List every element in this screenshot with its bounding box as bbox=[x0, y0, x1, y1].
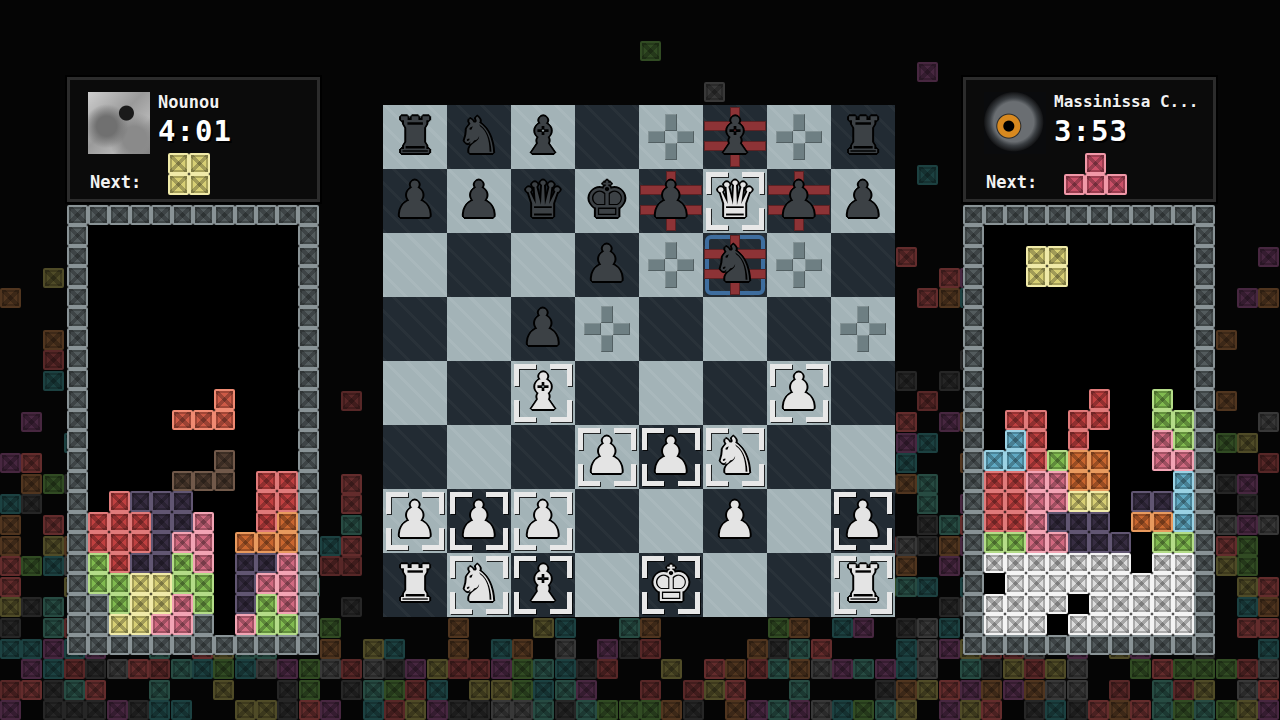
stack-block bbox=[1152, 389, 1173, 409]
background-block bbox=[1237, 597, 1258, 617]
stack-block bbox=[277, 491, 298, 511]
square-f1[interactable] bbox=[703, 553, 767, 617]
black-pawn[interactable]: ♟ bbox=[831, 169, 895, 233]
square-a4[interactable] bbox=[383, 361, 447, 425]
well-frame-block bbox=[1194, 573, 1215, 593]
stack-block bbox=[88, 532, 109, 552]
background-block bbox=[21, 680, 42, 700]
square-g5[interactable] bbox=[767, 297, 831, 361]
square-f4[interactable] bbox=[703, 361, 767, 425]
square-e5[interactable] bbox=[639, 297, 703, 361]
square-a3[interactable] bbox=[383, 425, 447, 489]
falling-piece-block[interactable] bbox=[1026, 266, 1047, 286]
square-a6[interactable] bbox=[383, 233, 447, 297]
stack-block bbox=[1173, 471, 1194, 491]
square-h2[interactable]: ♟ bbox=[831, 489, 895, 553]
well-frame-block bbox=[298, 614, 319, 634]
background-block bbox=[320, 618, 341, 638]
stack-block bbox=[88, 614, 109, 634]
well-frame-block bbox=[298, 594, 319, 614]
square-c1[interactable]: ♝ bbox=[511, 553, 575, 617]
stack-block bbox=[151, 553, 172, 573]
background-block bbox=[235, 659, 256, 679]
square-h1[interactable]: ♜ bbox=[831, 553, 895, 617]
background-block bbox=[149, 659, 170, 679]
background-block bbox=[640, 639, 661, 659]
square-a8[interactable]: ♜ bbox=[383, 105, 447, 169]
background-block bbox=[0, 577, 21, 597]
background-block bbox=[917, 659, 938, 679]
background-block bbox=[299, 659, 320, 679]
well-frame-block bbox=[1152, 205, 1173, 225]
stack-block bbox=[1068, 512, 1089, 532]
square-h4[interactable] bbox=[831, 361, 895, 425]
background-block bbox=[896, 680, 917, 700]
background-block bbox=[149, 680, 170, 700]
background-block bbox=[43, 597, 64, 617]
background-block bbox=[939, 556, 960, 576]
background-block bbox=[384, 639, 405, 659]
well-frame-block bbox=[963, 512, 984, 532]
square-h3[interactable] bbox=[831, 425, 895, 489]
background-block bbox=[1216, 330, 1237, 350]
background-block bbox=[533, 618, 554, 638]
next-piece-block bbox=[1064, 174, 1085, 195]
black-pawn[interactable]: ♟ bbox=[383, 169, 447, 233]
background-block bbox=[43, 680, 64, 700]
background-block bbox=[789, 680, 810, 700]
well-frame-block bbox=[214, 635, 235, 655]
background-block bbox=[43, 639, 64, 659]
falling-piece-block[interactable] bbox=[172, 410, 193, 430]
stack-block bbox=[1131, 491, 1152, 511]
white-rook[interactable]: ♜ bbox=[383, 553, 447, 617]
stack-block bbox=[256, 491, 277, 511]
background-block bbox=[917, 288, 938, 308]
well-frame-block bbox=[1047, 635, 1068, 655]
background-block bbox=[1216, 474, 1237, 494]
background-block bbox=[832, 659, 853, 679]
square-d5[interactable] bbox=[575, 297, 639, 361]
well-frame-block bbox=[172, 635, 193, 655]
stack-block bbox=[1152, 553, 1173, 573]
well-frame-block bbox=[109, 205, 130, 225]
stack-block bbox=[1173, 450, 1194, 470]
background-block bbox=[917, 474, 938, 494]
well-frame-block bbox=[298, 205, 319, 225]
square-f5[interactable] bbox=[703, 297, 767, 361]
square-e3[interactable]: ♟ bbox=[639, 425, 703, 489]
black-queen[interactable]: ♛ bbox=[511, 169, 575, 233]
background-block bbox=[811, 659, 832, 679]
square-c3[interactable] bbox=[511, 425, 575, 489]
square-g2[interactable] bbox=[767, 489, 831, 553]
well-frame-block bbox=[1026, 635, 1047, 655]
background-block bbox=[149, 700, 170, 720]
background-block bbox=[363, 639, 384, 659]
background-block bbox=[1173, 700, 1194, 720]
background-block bbox=[875, 680, 896, 700]
square-c8[interactable]: ♝ bbox=[511, 105, 575, 169]
background-block bbox=[1237, 474, 1258, 494]
stack-block bbox=[1068, 430, 1089, 450]
well-frame-block bbox=[130, 635, 151, 655]
square-d4[interactable] bbox=[575, 361, 639, 425]
background-block bbox=[213, 680, 234, 700]
player-name-right: Massinissa C... bbox=[1054, 92, 1199, 111]
background-block bbox=[939, 515, 960, 535]
well-frame-block bbox=[1089, 635, 1110, 655]
background-block bbox=[896, 474, 917, 494]
background-block bbox=[768, 639, 789, 659]
background-block bbox=[21, 474, 42, 494]
background-block bbox=[747, 659, 768, 679]
background-block bbox=[661, 700, 682, 720]
background-block bbox=[384, 680, 405, 700]
stack-block bbox=[1005, 553, 1026, 573]
background-block bbox=[917, 680, 938, 700]
well-frame-block bbox=[109, 635, 130, 655]
well-frame-block bbox=[1194, 594, 1215, 614]
black-rook[interactable]: ♜ bbox=[383, 105, 447, 169]
well-frame-block bbox=[298, 512, 319, 532]
background-block bbox=[469, 680, 490, 700]
stack-block bbox=[1026, 614, 1047, 634]
stack-block bbox=[1005, 512, 1026, 532]
background-block bbox=[21, 639, 42, 659]
background-block bbox=[1045, 659, 1066, 679]
background-block bbox=[661, 659, 682, 679]
square-b4[interactable] bbox=[447, 361, 511, 425]
square-d1[interactable] bbox=[575, 553, 639, 617]
piece-bracket-marker bbox=[706, 428, 764, 486]
well-frame-block bbox=[67, 307, 88, 327]
background-block bbox=[597, 639, 618, 659]
background-block bbox=[917, 536, 938, 556]
black-pawn[interactable]: ♟ bbox=[511, 297, 575, 361]
square-c5[interactable]: ♟ bbox=[511, 297, 575, 361]
stack-block bbox=[1089, 491, 1110, 511]
square-e7[interactable]: ♟ bbox=[639, 169, 703, 233]
square-e2[interactable] bbox=[639, 489, 703, 553]
stack-block bbox=[1026, 491, 1047, 511]
square-e6[interactable] bbox=[639, 233, 703, 297]
stack-block bbox=[151, 594, 172, 614]
square-e1[interactable]: ♚ bbox=[639, 553, 703, 617]
background-block bbox=[853, 618, 874, 638]
square-b2[interactable]: ♟ bbox=[447, 489, 511, 553]
well-frame-block bbox=[67, 512, 88, 532]
black-pawn[interactable]: ♟ bbox=[447, 169, 511, 233]
well-frame-block bbox=[298, 266, 319, 286]
game-screen: Nounou 4:01 Next: Massinissa C... 3:53 N… bbox=[0, 0, 1280, 720]
stack-block bbox=[1047, 491, 1068, 511]
background-block bbox=[939, 680, 960, 700]
background-block bbox=[1194, 659, 1215, 679]
well-frame-block bbox=[1194, 614, 1215, 634]
background-block bbox=[341, 597, 362, 617]
well-frame-block bbox=[1194, 450, 1215, 470]
square-g6[interactable] bbox=[767, 233, 831, 297]
background-block bbox=[469, 700, 490, 720]
background-block bbox=[171, 659, 192, 679]
background-block bbox=[981, 700, 1002, 720]
stack-block bbox=[1026, 553, 1047, 573]
background-block bbox=[21, 453, 42, 473]
background-block bbox=[1173, 659, 1194, 679]
square-d8[interactable] bbox=[575, 105, 639, 169]
well-frame-block bbox=[963, 594, 984, 614]
ghost-piece-block bbox=[172, 471, 193, 491]
well-frame-block bbox=[1194, 635, 1215, 655]
background-block bbox=[1258, 577, 1279, 597]
background-block bbox=[43, 330, 64, 350]
background-block bbox=[533, 700, 554, 720]
background-block bbox=[981, 659, 1002, 679]
background-block bbox=[640, 680, 661, 700]
square-d2[interactable] bbox=[575, 489, 639, 553]
falling-piece-block[interactable] bbox=[1047, 266, 1068, 286]
background-block bbox=[1194, 700, 1215, 720]
stack-block bbox=[1110, 553, 1131, 573]
black-bishop[interactable]: ♝ bbox=[703, 105, 767, 169]
square-a2[interactable]: ♟ bbox=[383, 489, 447, 553]
background-block bbox=[768, 618, 789, 638]
well-frame-block bbox=[1194, 307, 1215, 327]
background-block bbox=[1258, 453, 1279, 473]
background-block bbox=[43, 350, 64, 370]
stack-block bbox=[1005, 614, 1026, 634]
stack-block bbox=[1005, 430, 1026, 450]
square-h5[interactable] bbox=[831, 297, 895, 361]
square-f2[interactable]: ♟ bbox=[703, 489, 767, 553]
well-frame-block bbox=[963, 573, 984, 593]
square-b5[interactable] bbox=[447, 297, 511, 361]
falling-piece-block[interactable] bbox=[193, 410, 214, 430]
background-block bbox=[320, 556, 341, 576]
square-c4[interactable]: ♝ bbox=[511, 361, 575, 425]
well-frame-block bbox=[1194, 225, 1215, 245]
square-e8[interactable] bbox=[639, 105, 703, 169]
background-block bbox=[555, 639, 576, 659]
background-block bbox=[107, 659, 128, 679]
well-frame-block bbox=[984, 205, 1005, 225]
background-block bbox=[960, 680, 981, 700]
background-block bbox=[512, 700, 533, 720]
background-block bbox=[128, 700, 149, 720]
stack-block bbox=[1068, 410, 1089, 430]
black-king[interactable]: ♚ bbox=[575, 169, 639, 233]
background-block bbox=[277, 680, 298, 700]
background-block bbox=[811, 700, 832, 720]
square-b1[interactable]: ♞ bbox=[447, 553, 511, 617]
square-g8[interactable] bbox=[767, 105, 831, 169]
background-block bbox=[0, 680, 21, 700]
background-block bbox=[448, 618, 469, 638]
background-block bbox=[427, 659, 448, 679]
square-b8[interactable]: ♞ bbox=[447, 105, 511, 169]
stack-block bbox=[1152, 614, 1173, 634]
square-e4[interactable] bbox=[639, 361, 703, 425]
well-frame-block bbox=[67, 205, 88, 225]
background-block bbox=[512, 639, 533, 659]
well-frame-block bbox=[1026, 205, 1047, 225]
background-block bbox=[853, 700, 874, 720]
player-name-left: Nounou bbox=[158, 92, 219, 112]
well-frame-block bbox=[963, 287, 984, 307]
stack-block bbox=[1173, 553, 1194, 573]
black-bishop[interactable]: ♝ bbox=[511, 105, 575, 169]
background-block bbox=[363, 680, 384, 700]
stack-block bbox=[1131, 573, 1152, 593]
background-block bbox=[1152, 700, 1173, 720]
square-b6[interactable] bbox=[447, 233, 511, 297]
background-block bbox=[1003, 659, 1024, 679]
background-block bbox=[1237, 515, 1258, 535]
stack-block bbox=[1131, 614, 1152, 634]
square-c7[interactable]: ♛ bbox=[511, 169, 575, 233]
stack-block bbox=[151, 614, 172, 634]
background-block bbox=[1237, 494, 1258, 514]
well-frame-block bbox=[298, 410, 319, 430]
background-block bbox=[1152, 659, 1173, 679]
square-g3[interactable] bbox=[767, 425, 831, 489]
square-b3[interactable] bbox=[447, 425, 511, 489]
square-f6[interactable]: ♞ bbox=[703, 233, 767, 297]
stack-block bbox=[1089, 471, 1110, 491]
well-frame-block bbox=[1068, 635, 1089, 655]
black-rook[interactable]: ♜ bbox=[831, 105, 895, 169]
background-block bbox=[320, 639, 341, 659]
background-block bbox=[85, 680, 106, 700]
stack-block bbox=[109, 553, 130, 573]
background-block bbox=[448, 639, 469, 659]
stack-block bbox=[256, 471, 277, 491]
background-block bbox=[448, 700, 469, 720]
white-pawn[interactable]: ♟ bbox=[703, 489, 767, 553]
stack-block bbox=[1068, 471, 1089, 491]
background-block bbox=[1258, 412, 1279, 432]
well-frame-block bbox=[67, 225, 88, 245]
background-block bbox=[21, 412, 42, 432]
background-block bbox=[235, 700, 256, 720]
falling-piece-block[interactable] bbox=[1026, 246, 1047, 266]
background-block bbox=[1237, 680, 1258, 700]
background-block bbox=[725, 680, 746, 700]
player-timer-left: 4:01 bbox=[158, 114, 232, 148]
stack-block bbox=[1026, 471, 1047, 491]
well-frame-block bbox=[963, 410, 984, 430]
background-block bbox=[85, 700, 106, 720]
background-block bbox=[853, 659, 874, 679]
square-a7[interactable]: ♟ bbox=[383, 169, 447, 233]
background-block bbox=[789, 618, 810, 638]
falling-piece-block[interactable] bbox=[1047, 246, 1068, 266]
background-block bbox=[43, 618, 64, 638]
square-h6[interactable] bbox=[831, 233, 895, 297]
background-block bbox=[64, 700, 85, 720]
background-block bbox=[0, 639, 21, 659]
stack-block bbox=[1005, 532, 1026, 552]
black-pawn[interactable]: ♟ bbox=[575, 233, 639, 297]
background-block bbox=[1067, 700, 1088, 720]
background-block bbox=[1024, 659, 1045, 679]
black-knight[interactable]: ♞ bbox=[447, 105, 511, 169]
square-d6[interactable]: ♟ bbox=[575, 233, 639, 297]
well-frame-block bbox=[1194, 369, 1215, 389]
square-h8[interactable]: ♜ bbox=[831, 105, 895, 169]
square-f7[interactable]: ♛ bbox=[703, 169, 767, 233]
tetris-well-right bbox=[963, 205, 1215, 655]
stack-block bbox=[1173, 491, 1194, 511]
square-d3[interactable]: ♟ bbox=[575, 425, 639, 489]
well-frame-block bbox=[963, 369, 984, 389]
black-pawn[interactable]: ♟ bbox=[767, 169, 831, 233]
falling-piece-block[interactable] bbox=[214, 410, 235, 430]
square-a1[interactable]: ♜ bbox=[383, 553, 447, 617]
background-block bbox=[405, 700, 426, 720]
stack-block bbox=[1026, 430, 1047, 450]
well-frame-block bbox=[1110, 205, 1131, 225]
stack-block bbox=[151, 491, 172, 511]
background-block bbox=[939, 618, 960, 638]
square-g1[interactable] bbox=[767, 553, 831, 617]
black-pawn[interactable]: ♟ bbox=[639, 169, 703, 233]
stack-block bbox=[1152, 410, 1173, 430]
piece-bracket-marker bbox=[834, 492, 892, 550]
square-a5[interactable] bbox=[383, 297, 447, 361]
square-h7[interactable]: ♟ bbox=[831, 169, 895, 233]
background-block bbox=[491, 659, 512, 679]
well-frame-block bbox=[1194, 512, 1215, 532]
background-block bbox=[555, 618, 576, 638]
background-block bbox=[747, 700, 768, 720]
square-d7[interactable]: ♚ bbox=[575, 169, 639, 233]
falling-piece-block[interactable] bbox=[214, 389, 235, 409]
well-frame-block bbox=[298, 450, 319, 470]
stack-block bbox=[256, 573, 277, 593]
square-f3[interactable]: ♞ bbox=[703, 425, 767, 489]
stack-block bbox=[1089, 450, 1110, 470]
well-frame-block bbox=[298, 307, 319, 327]
square-f8[interactable]: ♝ bbox=[703, 105, 767, 169]
well-frame-block bbox=[298, 471, 319, 491]
stack-block bbox=[1089, 553, 1110, 573]
background-block bbox=[939, 268, 960, 288]
background-block bbox=[43, 556, 64, 576]
background-block bbox=[43, 474, 64, 494]
background-block bbox=[1152, 680, 1173, 700]
stack-block bbox=[109, 594, 130, 614]
square-b7[interactable]: ♟ bbox=[447, 169, 511, 233]
well-frame-block bbox=[67, 246, 88, 266]
background-block bbox=[1003, 680, 1024, 700]
background-block bbox=[469, 659, 490, 679]
background-block bbox=[0, 515, 21, 535]
background-block bbox=[1258, 659, 1279, 679]
background-block bbox=[1258, 247, 1279, 267]
player-panel-left: Nounou 4:01 Next: bbox=[67, 77, 320, 202]
square-g7[interactable]: ♟ bbox=[767, 169, 831, 233]
square-g4[interactable]: ♟ bbox=[767, 361, 831, 425]
well-frame-block bbox=[298, 246, 319, 266]
square-c6[interactable] bbox=[511, 233, 575, 297]
stack-block bbox=[130, 491, 151, 511]
square-c2[interactable]: ♟ bbox=[511, 489, 575, 553]
background-block bbox=[1088, 700, 1109, 720]
black-knight[interactable]: ♞ bbox=[703, 233, 767, 297]
background-block bbox=[384, 659, 405, 679]
